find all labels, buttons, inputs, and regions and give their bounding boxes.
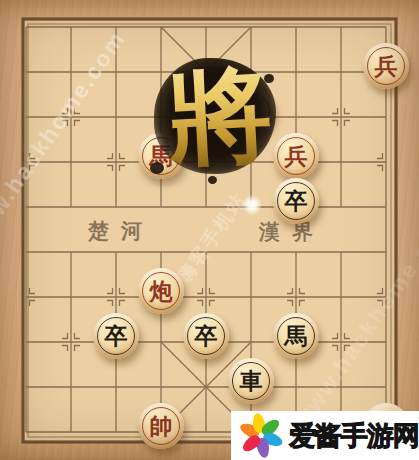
piece-black-soldier-3[interactable]: 卒 (183, 313, 229, 359)
pinwheel-logo-icon (237, 412, 284, 459)
piece-glyph: 將 (240, 99, 263, 122)
piece-glyph: 兵 (375, 54, 398, 77)
piece-glyph: 炮 (150, 279, 173, 302)
piece-black-horse[interactable]: 馬 (273, 313, 319, 359)
site-name: 爱酱手游网 (289, 411, 419, 460)
piece-glyph: 卒 (285, 189, 308, 212)
site-watermark-banner: 爱酱手游网 (231, 411, 419, 460)
piece-red-soldier-1[interactable]: 兵 (363, 43, 409, 89)
piece-glyph: 兵 (285, 144, 308, 167)
piece-red-soldier-2[interactable]: 兵 (273, 133, 319, 179)
piece-black-chariot[interactable]: 車 (228, 358, 274, 404)
piece-red-horse[interactable]: 馬 (138, 133, 184, 179)
piece-black-soldier-1[interactable]: 卒 (273, 178, 319, 224)
piece-black-soldier-2[interactable]: 卒 (93, 313, 139, 359)
piece-glyph: 帥 (150, 414, 173, 437)
piece-glyph: 馬 (150, 144, 173, 167)
piece-glyph: 卒 (195, 324, 218, 347)
river-label-chu-he: 楚河 (88, 217, 154, 245)
piece-red-general[interactable]: 帥 (138, 403, 184, 449)
board-grid[interactable] (0, 0, 419, 460)
piece-glyph: 卒 (105, 324, 128, 347)
piece-glyph: 車 (240, 369, 263, 392)
xiangqi-game-screen: 楚河 漢界 www.hackhome.com 嗨客手机站 www.hackhom… (0, 0, 419, 460)
piece-red-cannon[interactable]: 炮 (138, 268, 184, 314)
piece-black-general[interactable]: 將 (228, 88, 274, 134)
piece-glyph: 馬 (285, 324, 308, 347)
